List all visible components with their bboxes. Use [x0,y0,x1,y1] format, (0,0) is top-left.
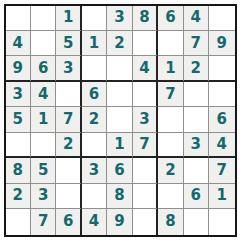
cell-r1c3-given: 1 [56,6,81,31]
cell-r8c8-given: 6 [184,184,209,209]
cell-r5c7-empty[interactable] [158,107,183,132]
cell-r4c1-given: 3 [6,82,31,107]
cell-r4c6-empty[interactable] [133,82,158,107]
cell-r4c8-empty[interactable] [184,82,209,107]
cell-r9c6-empty[interactable] [133,209,158,234]
cell-r6c7-empty[interactable] [158,133,183,158]
cell-r9c2-given: 7 [31,209,56,234]
sudoku-board: 1386445127996341234675172362173485362723… [4,4,237,237]
cell-r7c7-given: 2 [158,158,183,183]
cell-r6c9-given: 4 [209,133,234,158]
sudoku-page: 1386445127996341234675172362173485362723… [0,0,240,240]
cell-r8c1-given: 2 [6,184,31,209]
cell-r6c5-given: 1 [107,133,132,158]
cell-r7c2-given: 5 [31,158,56,183]
cell-r5c6-given: 3 [133,107,158,132]
cell-r6c3-given: 2 [56,133,81,158]
cell-r4c4-given: 6 [82,82,107,107]
cell-r7c5-given: 6 [107,158,132,183]
cell-r4c9-empty[interactable] [209,82,234,107]
cell-r4c3-empty[interactable] [56,82,81,107]
cell-r9c3-given: 6 [56,209,81,234]
cell-r9c5-given: 9 [107,209,132,234]
cell-r3c1-given: 9 [6,56,31,81]
cell-r6c6-given: 7 [133,133,158,158]
cell-r3c3-given: 3 [56,56,81,81]
cell-r5c2-given: 1 [31,107,56,132]
cell-r7c1-given: 8 [6,158,31,183]
cell-r8c7-empty[interactable] [158,184,183,209]
cell-r8c3-empty[interactable] [56,184,81,209]
cell-r9c9-empty[interactable] [209,209,234,234]
cell-r8c6-empty[interactable] [133,184,158,209]
cell-r5c8-empty[interactable] [184,107,209,132]
cell-r6c4-empty[interactable] [82,133,107,158]
cell-r8c4-empty[interactable] [82,184,107,209]
cell-r3c5-empty[interactable] [107,56,132,81]
cell-r8c2-given: 3 [31,184,56,209]
cell-r9c7-given: 8 [158,209,183,234]
cell-r2c6-empty[interactable] [133,31,158,56]
cell-r1c6-given: 8 [133,6,158,31]
cell-r4c2-given: 4 [31,82,56,107]
cell-r1c1-empty[interactable] [6,6,31,31]
cell-r5c4-given: 2 [82,107,107,132]
cell-r3c8-given: 2 [184,56,209,81]
cell-r3c2-given: 6 [31,56,56,81]
cell-r5c5-empty[interactable] [107,107,132,132]
cell-r1c9-empty[interactable] [209,6,234,31]
cell-r7c6-empty[interactable] [133,158,158,183]
cell-r7c8-empty[interactable] [184,158,209,183]
cell-r7c3-empty[interactable] [56,158,81,183]
cell-r8c5-given: 8 [107,184,132,209]
cell-r9c1-empty[interactable] [6,209,31,234]
cell-r1c5-given: 3 [107,6,132,31]
cell-r3c4-empty[interactable] [82,56,107,81]
cell-r2c2-empty[interactable] [31,31,56,56]
cell-r3c7-given: 1 [158,56,183,81]
cell-r9c4-given: 4 [82,209,107,234]
cell-r6c8-given: 3 [184,133,209,158]
cell-r2c5-given: 2 [107,31,132,56]
cell-r2c9-given: 9 [209,31,234,56]
cell-r7c9-given: 7 [209,158,234,183]
cell-r1c4-empty[interactable] [82,6,107,31]
cell-r5c9-given: 6 [209,107,234,132]
cell-r3c9-empty[interactable] [209,56,234,81]
cell-r1c8-given: 4 [184,6,209,31]
cell-r5c3-given: 7 [56,107,81,132]
cell-r3c6-given: 4 [133,56,158,81]
cell-r2c8-given: 7 [184,31,209,56]
cell-r9c8-empty[interactable] [184,209,209,234]
cell-r6c1-empty[interactable] [6,133,31,158]
cell-r1c7-given: 6 [158,6,183,31]
cell-r2c3-given: 5 [56,31,81,56]
cell-r6c2-empty[interactable] [31,133,56,158]
cell-r5c1-given: 5 [6,107,31,132]
cell-r8c9-given: 1 [209,184,234,209]
cell-r1c2-empty[interactable] [31,6,56,31]
cell-r4c5-empty[interactable] [107,82,132,107]
cell-r2c1-given: 4 [6,31,31,56]
cell-r7c4-given: 3 [82,158,107,183]
cell-r4c7-given: 7 [158,82,183,107]
cell-r2c4-given: 1 [82,31,107,56]
cell-r2c7-empty[interactable] [158,31,183,56]
